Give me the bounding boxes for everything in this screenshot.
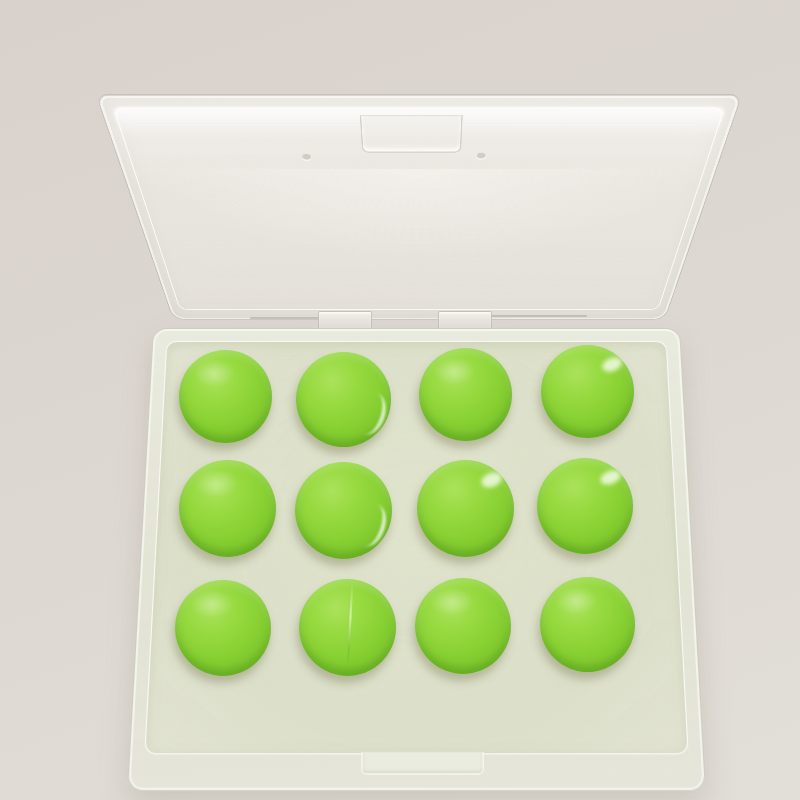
hinge-edge-line (250, 317, 320, 319)
disc-gloss-highlight (179, 460, 276, 557)
disc-gloss-highlight (179, 350, 272, 443)
lid-mold-mark (302, 154, 311, 160)
putty-disc-r2c3 (417, 460, 514, 557)
disc-gloss-highlight (295, 462, 392, 559)
disc-gloss-highlight (299, 579, 396, 676)
hinge-edge-line (490, 315, 587, 317)
disc-gloss-highlight (540, 577, 635, 672)
disc-gloss-highlight (415, 578, 511, 674)
case-lid (95, 94, 742, 320)
disc-gloss-highlight (419, 348, 512, 441)
disc-gloss-highlight (537, 458, 633, 554)
putty-disc-r3c2 (299, 579, 396, 676)
lid-latch-tab (360, 115, 463, 153)
disc-gloss-highlight (417, 460, 514, 557)
putty-disc-r1c3 (419, 348, 512, 441)
putty-disc-r2c2 (295, 462, 392, 559)
putty-disc-r2c1 (179, 460, 276, 557)
disc-gloss-highlight (541, 345, 634, 438)
earplug-grid (165, 338, 645, 686)
putty-disc-r1c1 (179, 350, 272, 443)
putty-disc-r2c4 (537, 458, 633, 554)
putty-disc-r1c4 (541, 345, 634, 438)
putty-disc-r1c2 (296, 352, 391, 447)
latch-recess-notch (361, 752, 484, 775)
disc-gloss-highlight (296, 352, 391, 447)
putty-disc-r3c1 (175, 580, 271, 676)
putty-disc-r3c3 (415, 578, 511, 674)
product-photo-scene (0, 0, 800, 800)
disc-gloss-highlight (175, 580, 271, 676)
putty-disc-r3c4 (540, 577, 635, 672)
